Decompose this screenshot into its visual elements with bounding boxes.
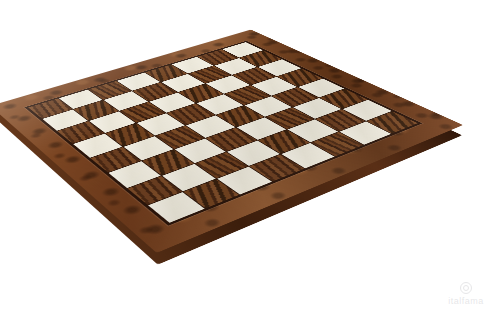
chess-board: [0, 30, 463, 253]
watermark: italfama: [442, 282, 490, 306]
board-border: [0, 30, 463, 253]
product-photo: italfama: [0, 0, 500, 320]
watermark-text: italfama: [442, 296, 490, 306]
watermark-emblem-icon: [460, 282, 472, 294]
